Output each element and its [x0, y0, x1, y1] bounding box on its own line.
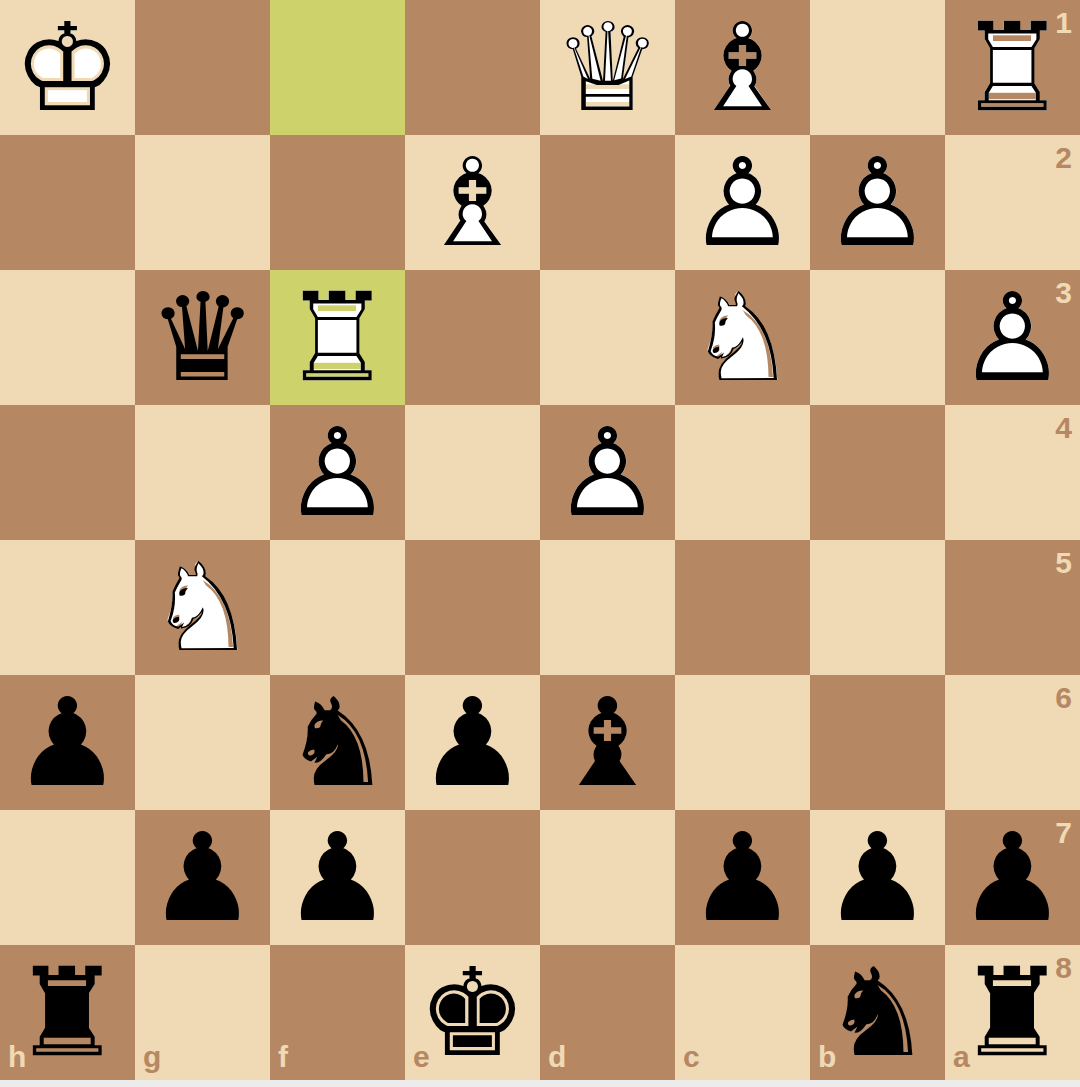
square-g3[interactable]: ♛ [135, 270, 270, 405]
square-f7[interactable]: ♟ [270, 810, 405, 945]
piece-black-rook[interactable]: ♜ [945, 945, 1080, 1080]
piece-white-rook[interactable]: ♖ [945, 0, 1080, 135]
piece-black-pawn[interactable]: ♟ [945, 810, 1080, 945]
square-a3[interactable]: ♟♙3 [945, 270, 1080, 405]
piece-white-rook[interactable]: ♖ [270, 270, 405, 405]
square-c5[interactable] [675, 540, 810, 675]
piece-white-king-fill: ♚ [0, 0, 135, 135]
file-label-e: e [413, 1040, 430, 1074]
file-label-a: a [953, 1040, 970, 1074]
piece-white-pawn-fill: ♟ [810, 135, 945, 270]
square-h6[interactable]: ♟ [0, 675, 135, 810]
square-f6[interactable]: ♞ [270, 675, 405, 810]
piece-white-bishop-fill: ♝ [675, 0, 810, 135]
square-d2[interactable] [540, 135, 675, 270]
square-b8[interactable]: ♞b [810, 945, 945, 1080]
piece-black-pawn[interactable]: ♟ [135, 810, 270, 945]
square-e1[interactable] [405, 0, 540, 135]
chess-board: ♚♔♛♕♝♗♜♖1♝♗♟♙♟♙2♛♜♖♞♘♟♙3♟♙♟♙4♞♘5♟♞♟♝6♟♟♟… [0, 0, 1080, 1080]
square-f3[interactable]: ♜♖ [270, 270, 405, 405]
square-h4[interactable] [0, 405, 135, 540]
square-f5[interactable] [270, 540, 405, 675]
piece-white-knight-fill: ♞ [135, 540, 270, 675]
piece-white-pawn[interactable]: ♙ [540, 405, 675, 540]
square-b4[interactable] [810, 405, 945, 540]
square-c6[interactable] [675, 675, 810, 810]
piece-white-bishop-fill: ♝ [405, 135, 540, 270]
file-label-d: d [548, 1040, 566, 1074]
square-a2[interactable]: 2 [945, 135, 1080, 270]
square-c3[interactable]: ♞♘ [675, 270, 810, 405]
square-h1[interactable]: ♚♔ [0, 0, 135, 135]
piece-black-king[interactable]: ♚ [405, 945, 540, 1080]
piece-black-pawn[interactable]: ♟ [675, 810, 810, 945]
rank-label-3: 3 [1055, 276, 1072, 310]
piece-white-pawn-fill: ♟ [675, 135, 810, 270]
piece-black-pawn[interactable]: ♟ [0, 675, 135, 810]
square-a6[interactable]: 6 [945, 675, 1080, 810]
piece-black-pawn[interactable]: ♟ [810, 810, 945, 945]
square-c1[interactable]: ♝♗ [675, 0, 810, 135]
rank-label-1: 1 [1055, 6, 1072, 40]
rank-label-4: 4 [1055, 411, 1072, 445]
piece-white-pawn[interactable]: ♙ [675, 135, 810, 270]
piece-white-pawn[interactable]: ♙ [270, 405, 405, 540]
square-a5[interactable]: 5 [945, 540, 1080, 675]
square-e5[interactable] [405, 540, 540, 675]
piece-black-pawn[interactable]: ♟ [405, 675, 540, 810]
piece-white-bishop[interactable]: ♗ [405, 135, 540, 270]
rank-label-2: 2 [1055, 141, 1072, 175]
piece-black-rook[interactable]: ♜ [0, 945, 135, 1080]
file-label-b: b [818, 1040, 836, 1074]
square-f2[interactable] [270, 135, 405, 270]
square-e7[interactable] [405, 810, 540, 945]
piece-white-pawn[interactable]: ♙ [945, 270, 1080, 405]
square-d6[interactable]: ♝ [540, 675, 675, 810]
page-background: ♚♔♛♕♝♗♜♖1♝♗♟♙♟♙2♛♜♖♞♘♟♙3♟♙♟♙4♞♘5♟♞♟♝6♟♟♟… [0, 0, 1080, 1087]
piece-white-rook-fill: ♜ [945, 0, 1080, 135]
square-g1[interactable] [135, 0, 270, 135]
square-b6[interactable] [810, 675, 945, 810]
rank-label-8: 8 [1055, 951, 1072, 985]
square-e8[interactable]: ♚e [405, 945, 540, 1080]
square-d3[interactable] [540, 270, 675, 405]
square-f8[interactable]: f [270, 945, 405, 1080]
rank-label-5: 5 [1055, 546, 1072, 580]
square-g2[interactable] [135, 135, 270, 270]
square-c4[interactable] [675, 405, 810, 540]
file-label-h: h [8, 1040, 26, 1074]
square-b1[interactable] [810, 0, 945, 135]
square-b2[interactable]: ♟♙ [810, 135, 945, 270]
square-b7[interactable]: ♟ [810, 810, 945, 945]
piece-black-bishop[interactable]: ♝ [540, 675, 675, 810]
square-d7[interactable] [540, 810, 675, 945]
piece-white-rook-fill: ♜ [270, 270, 405, 405]
square-g7[interactable]: ♟ [135, 810, 270, 945]
square-c7[interactable]: ♟ [675, 810, 810, 945]
piece-white-knight-fill: ♞ [675, 270, 810, 405]
square-g6[interactable] [135, 675, 270, 810]
square-a4[interactable]: 4 [945, 405, 1080, 540]
piece-white-pawn-fill: ♟ [945, 270, 1080, 405]
square-f4[interactable]: ♟♙ [270, 405, 405, 540]
square-c8[interactable]: c [675, 945, 810, 1080]
piece-white-pawn-fill: ♟ [270, 405, 405, 540]
file-label-c: c [683, 1040, 700, 1074]
piece-white-pawn[interactable]: ♙ [810, 135, 945, 270]
square-g5[interactable]: ♞♘ [135, 540, 270, 675]
piece-black-queen[interactable]: ♛ [135, 270, 270, 405]
square-a1[interactable]: ♜♖1 [945, 0, 1080, 135]
square-g8[interactable]: g [135, 945, 270, 1080]
square-d4[interactable]: ♟♙ [540, 405, 675, 540]
square-h7[interactable] [0, 810, 135, 945]
square-b3[interactable] [810, 270, 945, 405]
piece-white-queen[interactable]: ♕ [540, 0, 675, 135]
square-e3[interactable] [405, 270, 540, 405]
piece-white-king[interactable]: ♔ [0, 0, 135, 135]
square-a8[interactable]: ♜8a [945, 945, 1080, 1080]
piece-white-bishop[interactable]: ♗ [675, 0, 810, 135]
square-h2[interactable] [0, 135, 135, 270]
piece-black-pawn[interactable]: ♟ [270, 810, 405, 945]
square-d5[interactable] [540, 540, 675, 675]
square-e6[interactable]: ♟ [405, 675, 540, 810]
square-d8[interactable]: d [540, 945, 675, 1080]
rank-label-7: 7 [1055, 816, 1072, 850]
piece-black-knight[interactable]: ♞ [810, 945, 945, 1080]
piece-white-queen-fill: ♛ [540, 0, 675, 135]
piece-black-knight[interactable]: ♞ [270, 675, 405, 810]
square-h8[interactable]: ♜h [0, 945, 135, 1080]
square-h5[interactable] [0, 540, 135, 675]
piece-white-pawn-fill: ♟ [540, 405, 675, 540]
file-label-f: f [278, 1040, 288, 1074]
square-e2[interactable]: ♝♗ [405, 135, 540, 270]
square-g4[interactable] [135, 405, 270, 540]
square-b5[interactable] [810, 540, 945, 675]
piece-white-knight[interactable]: ♘ [135, 540, 270, 675]
square-d1[interactable]: ♛♕ [540, 0, 675, 135]
piece-white-knight[interactable]: ♘ [675, 270, 810, 405]
square-e4[interactable] [405, 405, 540, 540]
square-c2[interactable]: ♟♙ [675, 135, 810, 270]
square-a7[interactable]: ♟7 [945, 810, 1080, 945]
rank-label-6: 6 [1055, 681, 1072, 715]
file-label-g: g [143, 1040, 161, 1074]
square-f1[interactable] [270, 0, 405, 135]
square-h3[interactable] [0, 270, 135, 405]
